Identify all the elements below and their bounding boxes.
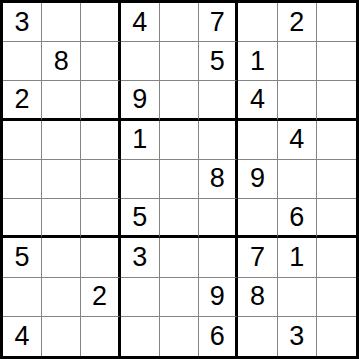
cell-r4c8[interactable]: 4 — [278, 121, 317, 160]
cell-r7c5[interactable] — [160, 238, 199, 277]
cell-r5c4[interactable] — [121, 160, 160, 199]
cell-r3c8[interactable] — [278, 81, 317, 120]
cell-r9c2[interactable] — [42, 317, 81, 356]
cell-r6c8[interactable]: 6 — [278, 199, 317, 238]
cell-r8c9[interactable] — [317, 278, 356, 317]
cell-r1c5[interactable] — [160, 3, 199, 42]
cell-r7c9[interactable] — [317, 238, 356, 277]
cell-r8c2[interactable] — [42, 278, 81, 317]
sudoku-board: 34728512941489565371298463 — [0, 0, 359, 359]
cell-r8c8[interactable] — [278, 278, 317, 317]
cell-r9c6[interactable]: 6 — [199, 317, 238, 356]
cell-r1c8[interactable]: 2 — [278, 3, 317, 42]
cell-r1c1[interactable]: 3 — [3, 3, 42, 42]
cell-r1c9[interactable] — [317, 3, 356, 42]
cell-r9c1[interactable]: 4 — [3, 317, 42, 356]
cell-r1c6[interactable]: 7 — [199, 3, 238, 42]
cell-r1c2[interactable] — [42, 3, 81, 42]
cell-r3c4[interactable]: 9 — [121, 81, 160, 120]
cell-r6c9[interactable] — [317, 199, 356, 238]
cell-r8c5[interactable] — [160, 278, 199, 317]
cell-r2c7[interactable]: 1 — [238, 42, 277, 81]
cell-r9c3[interactable] — [81, 317, 120, 356]
cell-r6c3[interactable] — [81, 199, 120, 238]
cell-r8c3[interactable]: 2 — [81, 278, 120, 317]
cell-r3c9[interactable] — [317, 81, 356, 120]
cell-r8c4[interactable] — [121, 278, 160, 317]
cell-r6c1[interactable] — [3, 199, 42, 238]
cell-r7c3[interactable] — [81, 238, 120, 277]
cell-r6c7[interactable] — [238, 199, 277, 238]
cell-r1c4[interactable]: 4 — [121, 3, 160, 42]
cell-r9c9[interactable] — [317, 317, 356, 356]
cell-r7c2[interactable] — [42, 238, 81, 277]
cell-r9c4[interactable] — [121, 317, 160, 356]
cell-r7c1[interactable]: 5 — [3, 238, 42, 277]
cell-r4c6[interactable] — [199, 121, 238, 160]
cell-r4c1[interactable] — [3, 121, 42, 160]
cell-r2c1[interactable] — [3, 42, 42, 81]
cell-r8c1[interactable] — [3, 278, 42, 317]
cell-r4c2[interactable] — [42, 121, 81, 160]
cell-r7c7[interactable]: 7 — [238, 238, 277, 277]
cell-r8c7[interactable]: 8 — [238, 278, 277, 317]
cell-r4c3[interactable] — [81, 121, 120, 160]
cell-r2c9[interactable] — [317, 42, 356, 81]
cell-r8c6[interactable]: 9 — [199, 278, 238, 317]
cell-r6c5[interactable] — [160, 199, 199, 238]
cell-r2c4[interactable] — [121, 42, 160, 81]
cell-r6c6[interactable] — [199, 199, 238, 238]
cell-r2c3[interactable] — [81, 42, 120, 81]
cell-r9c7[interactable] — [238, 317, 277, 356]
cell-r7c4[interactable]: 3 — [121, 238, 160, 277]
cell-r5c8[interactable] — [278, 160, 317, 199]
cell-r5c9[interactable] — [317, 160, 356, 199]
cell-r6c4[interactable]: 5 — [121, 199, 160, 238]
cell-r2c8[interactable] — [278, 42, 317, 81]
cell-r4c5[interactable] — [160, 121, 199, 160]
cell-r5c7[interactable]: 9 — [238, 160, 277, 199]
cell-r4c7[interactable] — [238, 121, 277, 160]
cell-r4c4[interactable]: 1 — [121, 121, 160, 160]
cell-r3c1[interactable]: 2 — [3, 81, 42, 120]
cell-r2c2[interactable]: 8 — [42, 42, 81, 81]
cell-r5c3[interactable] — [81, 160, 120, 199]
cell-r2c6[interactable]: 5 — [199, 42, 238, 81]
cell-r3c6[interactable] — [199, 81, 238, 120]
cell-r3c7[interactable]: 4 — [238, 81, 277, 120]
cell-r9c5[interactable] — [160, 317, 199, 356]
cell-r7c6[interactable] — [199, 238, 238, 277]
cell-r3c5[interactable] — [160, 81, 199, 120]
cell-r3c3[interactable] — [81, 81, 120, 120]
cell-r5c2[interactable] — [42, 160, 81, 199]
sudoku-page: 34728512941489565371298463 — [0, 0, 359, 359]
cell-r5c6[interactable]: 8 — [199, 160, 238, 199]
cell-r2c5[interactable] — [160, 42, 199, 81]
cell-r1c7[interactable] — [238, 3, 277, 42]
cell-r3c2[interactable] — [42, 81, 81, 120]
cell-r5c5[interactable] — [160, 160, 199, 199]
cell-r9c8[interactable]: 3 — [278, 317, 317, 356]
cell-r1c3[interactable] — [81, 3, 120, 42]
cell-r5c1[interactable] — [3, 160, 42, 199]
cell-r7c8[interactable]: 1 — [278, 238, 317, 277]
cell-r4c9[interactable] — [317, 121, 356, 160]
cell-r6c2[interactable] — [42, 199, 81, 238]
